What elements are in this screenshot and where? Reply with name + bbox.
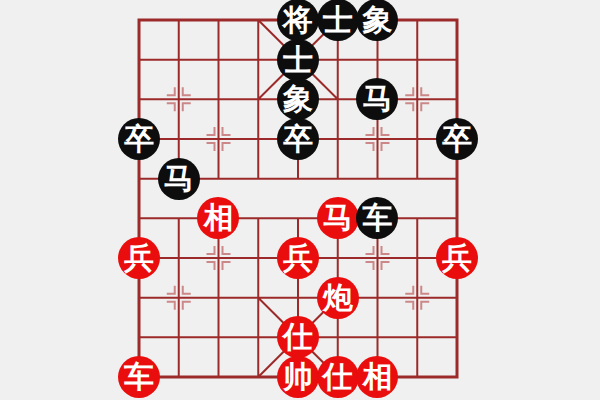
pieces-layer: 卒兵车马相将士象卒兵仕帅士马炮仕象马车相卒兵 xyxy=(119,0,477,397)
red-general-piece[interactable]: 帅 xyxy=(277,356,319,398)
red-chariot-piece[interactable]: 车 xyxy=(118,356,160,398)
red-cannon-piece[interactable]: 炮 xyxy=(317,277,359,319)
black-soldier-piece[interactable]: 卒 xyxy=(118,118,160,160)
black-advisor-piece[interactable]: 士 xyxy=(317,0,359,41)
red-soldier-piece[interactable]: 兵 xyxy=(118,237,160,279)
red-soldier-piece[interactable]: 兵 xyxy=(277,237,319,279)
black-horse-piece[interactable]: 马 xyxy=(158,158,200,200)
red-horse-piece[interactable]: 马 xyxy=(317,197,359,239)
black-general-piece[interactable]: 将 xyxy=(277,0,319,41)
red-advisor-piece[interactable]: 仕 xyxy=(277,316,319,358)
black-elephant-piece[interactable]: 象 xyxy=(277,78,319,120)
red-advisor-piece[interactable]: 仕 xyxy=(317,356,359,398)
black-horse-piece[interactable]: 马 xyxy=(356,78,398,120)
red-soldier-piece[interactable]: 兵 xyxy=(436,237,478,279)
black-advisor-piece[interactable]: 士 xyxy=(277,39,319,81)
red-elephant-piece[interactable]: 相 xyxy=(356,356,398,398)
black-elephant-piece[interactable]: 象 xyxy=(356,0,398,41)
black-soldier-piece[interactable]: 卒 xyxy=(277,118,319,160)
screen: 卒兵车马相将士象卒兵仕帅士马炮仕象马车相卒兵 xyxy=(0,0,600,400)
black-chariot-piece[interactable]: 车 xyxy=(356,197,398,239)
red-elephant-piece[interactable]: 相 xyxy=(197,197,239,239)
black-soldier-piece[interactable]: 卒 xyxy=(436,118,478,160)
